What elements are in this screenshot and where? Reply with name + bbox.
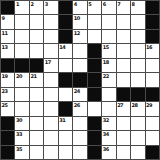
cell-r8c7[interactable]: 32 xyxy=(102,117,115,130)
clue-number-24: 24 xyxy=(74,88,80,94)
cell-r3c2[interactable] xyxy=(30,44,43,57)
cell-r6c5[interactable]: 24 xyxy=(73,88,86,101)
cell-r9c7[interactable]: 34 xyxy=(102,131,115,144)
clue-number-29: 29 xyxy=(146,102,152,108)
cell-r2c2[interactable] xyxy=(30,30,43,43)
cell-r1c9[interactable] xyxy=(131,15,144,28)
clue-number-30: 30 xyxy=(16,117,22,123)
cell-r1c0[interactable]: 9 xyxy=(1,15,14,28)
crossword-screenshot: 1234567891011121314151617181920212223242… xyxy=(0,0,160,160)
cell-r7c2[interactable] xyxy=(30,102,43,115)
cell-r0c6[interactable]: 5 xyxy=(88,1,101,14)
cell-r1c8[interactable] xyxy=(117,15,130,28)
clue-number-7: 7 xyxy=(117,1,120,7)
black-cell-r6c9 xyxy=(131,88,144,101)
cell-r5c10[interactable] xyxy=(146,73,159,86)
cell-r8c2[interactable] xyxy=(30,117,43,130)
cell-r0c5[interactable]: 4 xyxy=(73,1,86,14)
cell-r1c1[interactable] xyxy=(15,15,28,28)
cell-r10c2[interactable] xyxy=(30,146,43,159)
clue-number-17: 17 xyxy=(45,59,51,65)
cell-r1c6[interactable] xyxy=(88,15,101,28)
cell-r8c5[interactable] xyxy=(73,117,86,130)
cell-r8c3[interactable] xyxy=(44,117,57,130)
clue-number-28: 28 xyxy=(132,102,138,108)
cell-r7c5[interactable]: 26 xyxy=(73,102,86,115)
cell-r2c9[interactable] xyxy=(131,30,144,43)
black-cell-r1c10 xyxy=(146,15,159,28)
black-cell-r5c5 xyxy=(73,73,86,86)
clue-number-5: 5 xyxy=(88,1,91,7)
cell-r4c9[interactable] xyxy=(131,59,144,72)
cell-r5c7[interactable]: 22 xyxy=(102,73,115,86)
clue-number-13: 13 xyxy=(2,44,8,50)
clue-number-16: 16 xyxy=(146,44,152,50)
cell-r2c6[interactable] xyxy=(88,30,101,43)
cell-r0c9[interactable]: 8 xyxy=(131,1,144,14)
black-cell-r1c4 xyxy=(59,15,72,28)
clue-number-9: 9 xyxy=(2,15,5,21)
black-cell-r2c10 xyxy=(146,30,159,43)
cell-r3c9[interactable] xyxy=(131,44,144,57)
cell-r6c3[interactable] xyxy=(44,88,57,101)
cell-r3c5[interactable] xyxy=(73,44,86,57)
cell-r2c1[interactable] xyxy=(15,30,28,43)
clue-number-35: 35 xyxy=(16,146,22,152)
cell-r5c3[interactable] xyxy=(44,73,57,86)
cell-r7c10[interactable]: 29 xyxy=(146,102,159,115)
cell-r9c9[interactable] xyxy=(131,131,144,144)
cell-r7c1[interactable] xyxy=(15,102,28,115)
clue-number-15: 15 xyxy=(103,44,109,50)
cell-r1c2[interactable] xyxy=(30,15,43,28)
black-cell-r7c4 xyxy=(59,102,72,115)
cell-r5c9[interactable] xyxy=(131,73,144,86)
clue-number-20: 20 xyxy=(16,73,22,79)
clue-number-2: 2 xyxy=(30,1,33,7)
clue-number-26: 26 xyxy=(74,102,80,108)
cell-r6c4[interactable] xyxy=(59,88,72,101)
cell-r0c8[interactable]: 7 xyxy=(117,1,130,14)
black-cell-r4c2 xyxy=(30,59,43,72)
cell-r4c5[interactable] xyxy=(73,59,86,72)
cell-r4c10[interactable] xyxy=(146,59,159,72)
cell-r7c3[interactable] xyxy=(44,102,57,115)
clue-number-31: 31 xyxy=(59,117,65,123)
black-cell-r2c4 xyxy=(59,30,72,43)
cell-r3c8[interactable] xyxy=(117,44,130,57)
cell-r5c2[interactable]: 21 xyxy=(30,73,43,86)
cell-r0c7[interactable]: 6 xyxy=(102,1,115,14)
black-cell-r10c10 xyxy=(146,146,159,159)
cell-r5c8[interactable] xyxy=(117,73,130,86)
black-cell-r9c6 xyxy=(88,131,101,144)
cell-r2c7[interactable] xyxy=(102,30,115,43)
cell-r8c1[interactable]: 30 xyxy=(15,117,28,130)
cell-r8c10[interactable] xyxy=(146,117,159,130)
black-cell-r6c8 xyxy=(117,88,130,101)
cell-r10c3[interactable] xyxy=(44,146,57,159)
cell-r10c5[interactable] xyxy=(73,146,86,159)
clue-number-6: 6 xyxy=(103,1,106,7)
cell-r0c2[interactable]: 2 xyxy=(30,1,43,14)
clue-number-32: 32 xyxy=(103,117,109,123)
clue-number-19: 19 xyxy=(2,73,8,79)
cell-r7c7[interactable] xyxy=(102,102,115,115)
cell-r8c4[interactable]: 31 xyxy=(59,117,72,130)
cell-r5c1[interactable]: 20 xyxy=(15,73,28,86)
black-cell-r6c10 xyxy=(146,88,159,101)
black-cell-r10c6 xyxy=(88,146,101,159)
cell-r7c6[interactable] xyxy=(88,102,101,115)
cell-r6c2[interactable] xyxy=(30,88,43,101)
clue-number-23: 23 xyxy=(2,88,8,94)
cell-r0c3[interactable]: 3 xyxy=(44,1,57,14)
cell-r10c4[interactable] xyxy=(59,146,72,159)
cell-r4c7[interactable]: 18 xyxy=(102,59,115,72)
clue-number-34: 34 xyxy=(103,131,109,137)
clue-number-11: 11 xyxy=(2,30,8,36)
cell-r2c5[interactable]: 12 xyxy=(73,30,86,43)
black-cell-r4c0 xyxy=(1,59,14,72)
cell-r1c7[interactable] xyxy=(102,15,115,28)
clue-number-21: 21 xyxy=(30,73,36,79)
cell-r6c0[interactable]: 23 xyxy=(1,88,14,101)
black-cell-r5c4 xyxy=(59,73,72,86)
cell-r8c8[interactable] xyxy=(117,117,130,130)
cell-r4c4[interactable] xyxy=(59,59,72,72)
cell-r7c9[interactable]: 28 xyxy=(131,102,144,115)
black-cell-r4c1 xyxy=(15,59,28,72)
black-cell-r9c0 xyxy=(1,131,14,144)
cell-r9c1[interactable]: 33 xyxy=(15,131,28,144)
cell-r3c0[interactable]: 13 xyxy=(1,44,14,57)
black-cell-r3c6 xyxy=(88,44,101,57)
black-cell-r8c6 xyxy=(88,117,101,130)
cell-r4c8[interactable] xyxy=(117,59,130,72)
cell-r9c5[interactable] xyxy=(73,131,86,144)
clue-number-12: 12 xyxy=(74,30,80,36)
cell-r6c7[interactable] xyxy=(102,88,115,101)
cell-r2c3[interactable] xyxy=(44,30,57,43)
cell-r9c2[interactable] xyxy=(30,131,43,144)
black-cell-r4c6 xyxy=(88,59,101,72)
cell-r8c9[interactable] xyxy=(131,117,144,130)
black-cell-r0c0 xyxy=(1,1,14,14)
clue-number-36: 36 xyxy=(103,146,109,152)
cell-r3c3[interactable] xyxy=(44,44,57,57)
clue-number-3: 3 xyxy=(45,1,48,7)
clue-number-33: 33 xyxy=(16,131,22,137)
cell-r1c3[interactable] xyxy=(44,15,57,28)
cell-r9c10[interactable] xyxy=(146,131,159,144)
cell-r9c3[interactable] xyxy=(44,131,57,144)
cell-r9c8[interactable] xyxy=(117,131,130,144)
cell-r0c1[interactable]: 1 xyxy=(15,1,28,14)
black-cell-r6c6 xyxy=(88,88,101,101)
black-cell-r10c0 xyxy=(1,146,14,159)
cell-r1c5[interactable]: 10 xyxy=(73,15,86,28)
clue-number-1: 1 xyxy=(16,1,19,7)
cell-r9c4[interactable] xyxy=(59,131,72,144)
cell-r3c7[interactable]: 15 xyxy=(102,44,115,57)
clue-number-8: 8 xyxy=(132,1,135,7)
cell-r3c1[interactable] xyxy=(15,44,28,57)
cell-r10c1[interactable]: 35 xyxy=(15,146,28,159)
cell-r7c8[interactable]: 27 xyxy=(117,102,130,115)
cell-r3c4[interactable]: 14 xyxy=(59,44,72,57)
clue-number-22: 22 xyxy=(103,73,109,79)
cell-r4c3[interactable]: 17 xyxy=(44,59,57,72)
cell-r10c9[interactable] xyxy=(131,146,144,159)
clue-number-14: 14 xyxy=(59,44,65,50)
clue-number-4: 4 xyxy=(74,1,77,7)
clue-number-18: 18 xyxy=(103,59,109,65)
cell-r5c0[interactable]: 19 xyxy=(1,73,14,86)
cell-r2c8[interactable] xyxy=(117,30,130,43)
clue-number-27: 27 xyxy=(117,102,123,108)
cell-r2c0[interactable]: 11 xyxy=(1,30,14,43)
cell-r3c10[interactable]: 16 xyxy=(146,44,159,57)
black-cell-r8c0 xyxy=(1,117,14,130)
clue-number-25: 25 xyxy=(2,102,8,108)
cell-r10c7[interactable]: 36 xyxy=(102,146,115,159)
clue-number-10: 10 xyxy=(74,15,80,21)
black-cell-r0c4 xyxy=(59,1,72,14)
crossword-grid: 1234567891011121314151617181920212223242… xyxy=(0,0,160,160)
cell-r7c0[interactable]: 25 xyxy=(1,102,14,115)
black-cell-r5c6 xyxy=(88,73,101,86)
black-cell-r0c10 xyxy=(146,1,159,14)
cell-r6c1[interactable] xyxy=(15,88,28,101)
cell-r10c8[interactable] xyxy=(117,146,130,159)
